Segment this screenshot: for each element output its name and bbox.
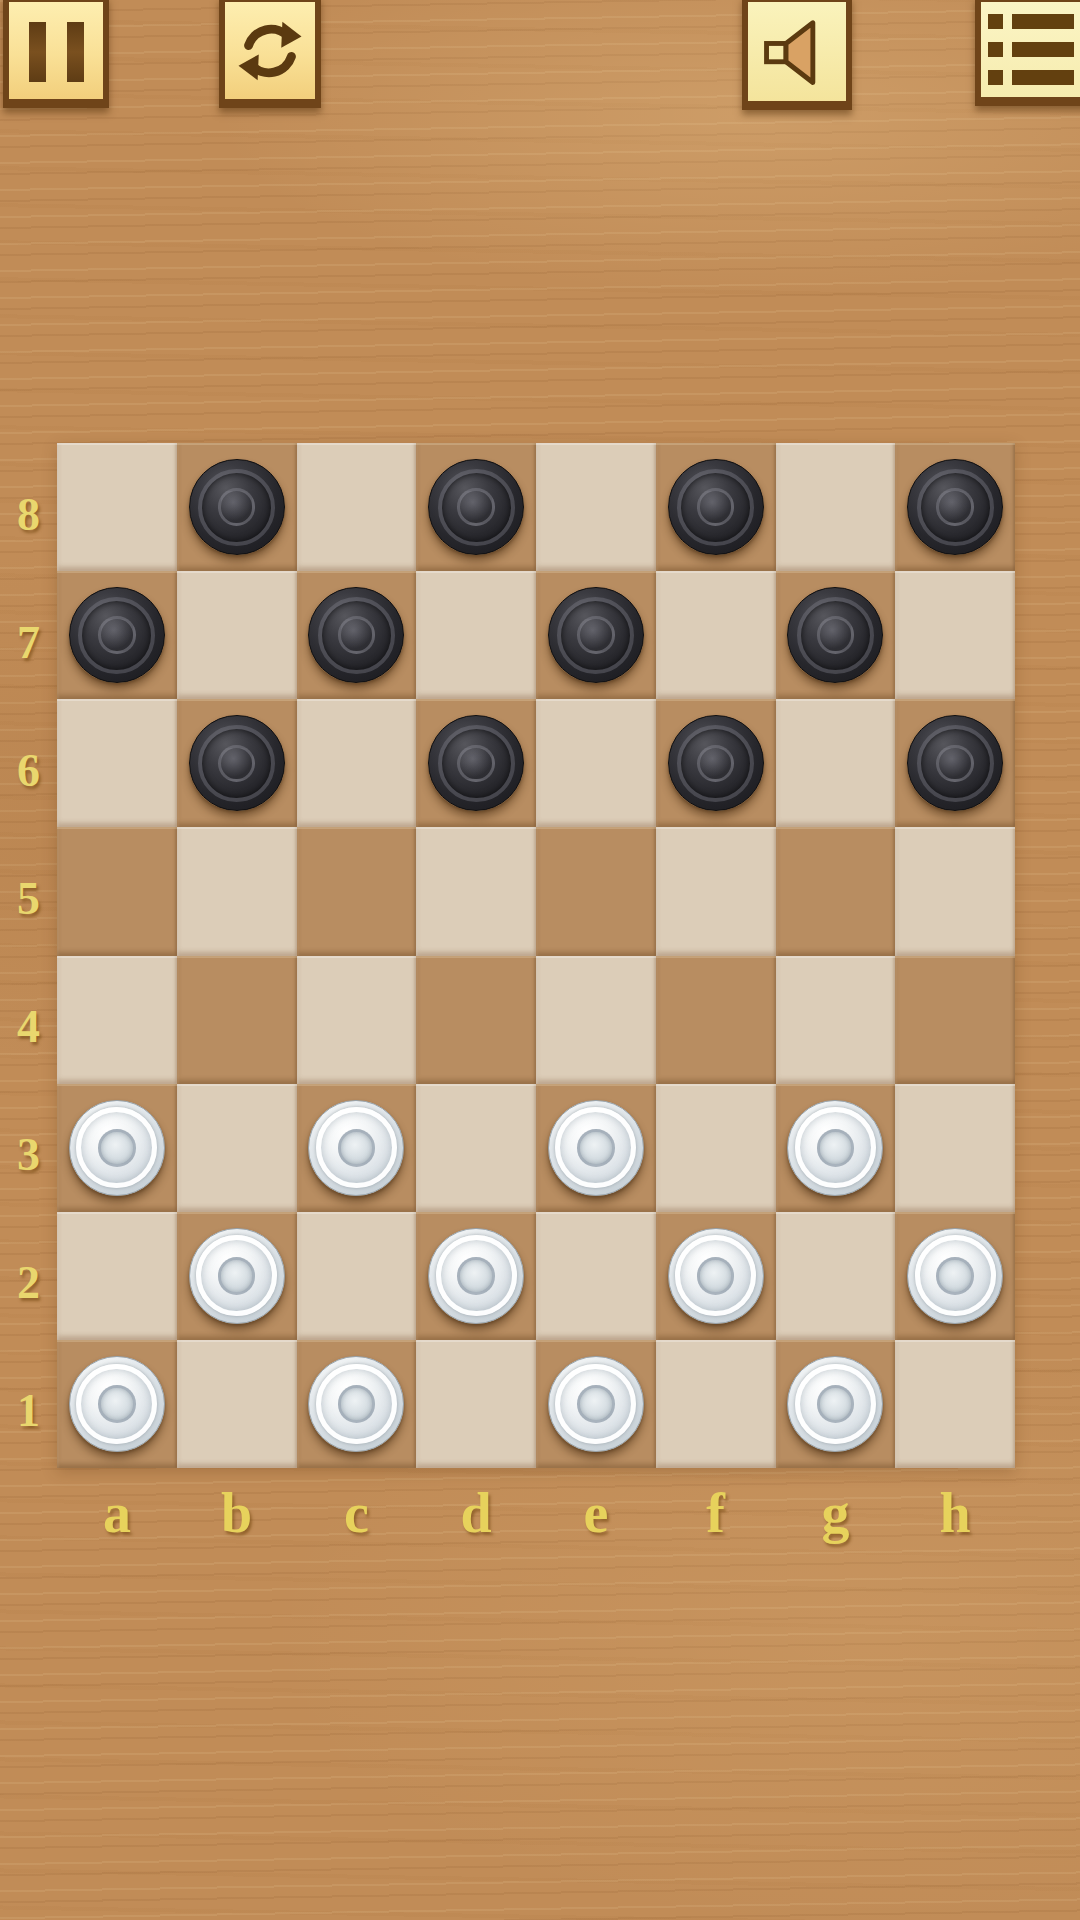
black-piece-d8[interactable] <box>428 459 524 555</box>
square-d2[interactable] <box>416 1212 536 1340</box>
square-h8[interactable] <box>895 443 1015 571</box>
square-d5[interactable] <box>416 827 536 955</box>
white-piece-g1[interactable] <box>787 1356 883 1452</box>
rank-labels: 87654321 <box>0 443 57 1468</box>
square-d8[interactable] <box>416 443 536 571</box>
square-a1[interactable] <box>57 1340 177 1468</box>
white-piece-f2[interactable] <box>668 1228 764 1324</box>
square-e6[interactable] <box>536 699 656 827</box>
square-g2[interactable] <box>776 1212 896 1340</box>
square-b8[interactable] <box>177 443 297 571</box>
square-g7[interactable] <box>776 571 896 699</box>
black-piece-d6[interactable] <box>428 715 524 811</box>
black-piece-b8[interactable] <box>189 459 285 555</box>
square-f8[interactable] <box>656 443 776 571</box>
rank-label-8: 8 <box>0 443 57 571</box>
file-label-b: b <box>177 1468 297 1558</box>
file-label-h: h <box>895 1468 1015 1558</box>
restart-button[interactable] <box>219 0 321 108</box>
white-piece-a1[interactable] <box>69 1356 165 1452</box>
square-c4[interactable] <box>297 956 417 1084</box>
square-g4[interactable] <box>776 956 896 1084</box>
rank-label-7: 7 <box>0 571 57 699</box>
rank-label-5: 5 <box>0 827 57 955</box>
square-b4[interactable] <box>177 956 297 1084</box>
square-f7[interactable] <box>656 571 776 699</box>
square-h1[interactable] <box>895 1340 1015 1468</box>
white-piece-d2[interactable] <box>428 1228 524 1324</box>
square-a3[interactable] <box>57 1084 177 1212</box>
square-d1[interactable] <box>416 1340 536 1468</box>
square-b5[interactable] <box>177 827 297 955</box>
black-piece-f8[interactable] <box>668 459 764 555</box>
speaker-icon <box>758 12 836 92</box>
rank-label-6: 6 <box>0 699 57 827</box>
square-c6[interactable] <box>297 699 417 827</box>
square-e7[interactable] <box>536 571 656 699</box>
file-label-f: f <box>656 1468 776 1558</box>
square-c8[interactable] <box>297 443 417 571</box>
rank-label-4: 4 <box>0 956 57 1084</box>
square-f5[interactable] <box>656 827 776 955</box>
square-a7[interactable] <box>57 571 177 699</box>
square-f4[interactable] <box>656 956 776 1084</box>
pause-icon <box>29 22 84 82</box>
file-label-c: c <box>297 1468 417 1558</box>
square-b1[interactable] <box>177 1340 297 1468</box>
square-b7[interactable] <box>177 571 297 699</box>
rank-label-1: 1 <box>0 1340 57 1468</box>
square-d3[interactable] <box>416 1084 536 1212</box>
square-h7[interactable] <box>895 571 1015 699</box>
square-g3[interactable] <box>776 1084 896 1212</box>
black-piece-h8[interactable] <box>907 459 1003 555</box>
menu-button[interactable] <box>975 0 1080 106</box>
square-a5[interactable] <box>57 827 177 955</box>
white-piece-e3[interactable] <box>548 1100 644 1196</box>
black-piece-b6[interactable] <box>189 715 285 811</box>
square-a2[interactable] <box>57 1212 177 1340</box>
square-h6[interactable] <box>895 699 1015 827</box>
square-f1[interactable] <box>656 1340 776 1468</box>
square-d4[interactable] <box>416 956 536 1084</box>
square-e5[interactable] <box>536 827 656 955</box>
square-e3[interactable] <box>536 1084 656 1212</box>
square-c1[interactable] <box>297 1340 417 1468</box>
square-a4[interactable] <box>57 956 177 1084</box>
square-h5[interactable] <box>895 827 1015 955</box>
restart-icon <box>234 13 306 89</box>
white-piece-g3[interactable] <box>787 1100 883 1196</box>
black-piece-h6[interactable] <box>907 715 1003 811</box>
pause-button[interactable] <box>3 0 109 108</box>
square-c2[interactable] <box>297 1212 417 1340</box>
white-piece-e1[interactable] <box>548 1356 644 1452</box>
square-b2[interactable] <box>177 1212 297 1340</box>
square-b3[interactable] <box>177 1084 297 1212</box>
white-piece-c1[interactable] <box>308 1356 404 1452</box>
square-c7[interactable] <box>297 571 417 699</box>
square-a8[interactable] <box>57 443 177 571</box>
black-piece-f6[interactable] <box>668 715 764 811</box>
square-f3[interactable] <box>656 1084 776 1212</box>
file-label-e: e <box>536 1468 656 1558</box>
black-piece-g7[interactable] <box>787 587 883 683</box>
square-h4[interactable] <box>895 956 1015 1084</box>
rank-label-2: 2 <box>0 1212 57 1340</box>
square-e1[interactable] <box>536 1340 656 1468</box>
file-labels: abcdefgh <box>57 1468 1015 1558</box>
board <box>57 443 1015 1468</box>
black-piece-c7[interactable] <box>308 587 404 683</box>
square-e2[interactable] <box>536 1212 656 1340</box>
square-f2[interactable] <box>656 1212 776 1340</box>
square-d7[interactable] <box>416 571 536 699</box>
square-b6[interactable] <box>177 699 297 827</box>
square-g8[interactable] <box>776 443 896 571</box>
black-piece-e7[interactable] <box>548 587 644 683</box>
white-piece-a3[interactable] <box>69 1100 165 1196</box>
square-c3[interactable] <box>297 1084 417 1212</box>
rank-label-3: 3 <box>0 1084 57 1212</box>
file-label-a: a <box>57 1468 177 1558</box>
square-h3[interactable] <box>895 1084 1015 1212</box>
square-a6[interactable] <box>57 699 177 827</box>
black-piece-a7[interactable] <box>69 587 165 683</box>
file-label-d: d <box>416 1468 536 1558</box>
square-e8[interactable] <box>536 443 656 571</box>
white-piece-c3[interactable] <box>308 1100 404 1196</box>
sound-button[interactable] <box>742 0 852 110</box>
square-g5[interactable] <box>776 827 896 955</box>
white-piece-b2[interactable] <box>189 1228 285 1324</box>
square-c5[interactable] <box>297 827 417 955</box>
square-f6[interactable] <box>656 699 776 827</box>
white-piece-h2[interactable] <box>907 1228 1003 1324</box>
square-g1[interactable] <box>776 1340 896 1468</box>
square-e4[interactable] <box>536 956 656 1084</box>
menu-icon <box>988 14 1074 85</box>
square-h2[interactable] <box>895 1212 1015 1340</box>
file-label-g: g <box>776 1468 896 1558</box>
square-d6[interactable] <box>416 699 536 827</box>
square-g6[interactable] <box>776 699 896 827</box>
